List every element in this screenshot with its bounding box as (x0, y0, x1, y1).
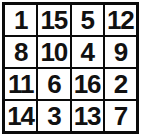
cell-r3c1: 11 (5, 69, 36, 99)
cell-r4c2: 3 (38, 101, 69, 131)
number-grid-board: 1 15 5 12 8 10 4 9 11 6 16 2 14 3 13 7 (2, 2, 139, 134)
cell-r2c4: 9 (105, 37, 136, 67)
number-grid-diagram: 1 15 5 12 8 10 4 9 11 6 16 2 14 3 13 7 (0, 0, 141, 137)
cell-r2c1: 8 (5, 37, 36, 67)
cell-r1c3: 5 (72, 5, 103, 35)
cell-r3c4: 2 (105, 69, 136, 99)
cell-r4c1: 14 (5, 101, 36, 131)
cell-r2c3: 4 (72, 37, 103, 67)
cell-r4c3: 13 (72, 101, 103, 131)
cell-r4c4: 7 (105, 101, 136, 131)
cell-r3c2: 6 (38, 69, 69, 99)
cell-r3c3: 16 (72, 69, 103, 99)
cell-r2c2: 10 (38, 37, 69, 67)
cell-r1c1: 1 (5, 5, 36, 35)
cell-r1c2: 15 (38, 5, 69, 35)
cell-r1c4: 12 (105, 5, 136, 35)
